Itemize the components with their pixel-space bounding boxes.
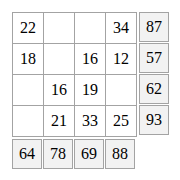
grid-cell: 16	[75, 44, 106, 75]
grid-cell: 25	[106, 106, 137, 137]
grid-cell: 16	[44, 75, 75, 106]
grid-cell: 21	[44, 106, 75, 137]
col-sums-row: 64 78 69 88	[12, 139, 136, 169]
col-sum-cell: 64	[12, 139, 42, 169]
row-sums-column: 87 57 62 93	[139, 12, 169, 136]
board: 22 34 18 16 12 16 19 21 33 25 87 57 62 9…	[0, 0, 180, 180]
inner-grid: 22 34 18 16 12 16 19 21 33 25	[12, 12, 137, 137]
grid-cell-empty[interactable]	[13, 106, 44, 137]
row-sum-cell: 62	[139, 74, 169, 104]
grid-cell-empty[interactable]	[44, 44, 75, 75]
grid-cell: 34	[106, 13, 137, 44]
grid-cell-empty[interactable]	[44, 13, 75, 44]
row-sum-cell: 93	[139, 105, 169, 135]
col-sum-cell: 69	[74, 139, 104, 169]
grid-cell: 19	[75, 75, 106, 106]
grid-cell: 18	[13, 44, 44, 75]
grid-cell-empty[interactable]	[75, 13, 106, 44]
grid-cell: 33	[75, 106, 106, 137]
row-sum-cell: 57	[139, 43, 169, 73]
grid-cell: 22	[13, 13, 44, 44]
col-sum-cell: 88	[105, 139, 135, 169]
grid-cell: 12	[106, 44, 137, 75]
grid-cell-empty[interactable]	[13, 75, 44, 106]
grid-cell-empty[interactable]	[106, 75, 137, 106]
col-sum-cell: 78	[43, 139, 73, 169]
row-sum-cell: 87	[139, 12, 169, 42]
